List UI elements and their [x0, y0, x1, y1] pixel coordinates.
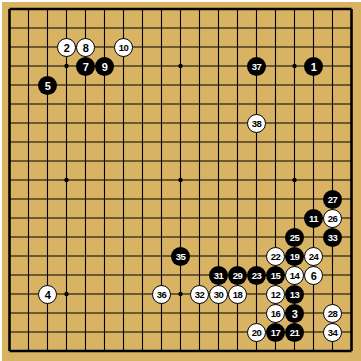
stone-black-5[interactable]: 5: [38, 76, 57, 95]
stone-black-11[interactable]: 11: [304, 209, 323, 228]
stone-white-8[interactable]: 8: [76, 38, 95, 57]
stone-number: 32: [195, 290, 205, 300]
stone-black-25[interactable]: 25: [285, 228, 304, 247]
stone-black-1[interactable]: 1: [304, 57, 323, 76]
stone-number: 30: [214, 290, 224, 300]
stone-white-16[interactable]: 16: [266, 304, 285, 323]
stone-white-24[interactable]: 24: [304, 247, 323, 266]
stone-number: 11: [309, 214, 318, 224]
stone-black-27[interactable]: 27: [323, 190, 342, 209]
stone-black-9[interactable]: 9: [95, 57, 114, 76]
stone-black-33[interactable]: 33: [323, 228, 342, 247]
stone-black-31[interactable]: 31: [209, 266, 228, 285]
stone-number: 15: [271, 271, 281, 281]
stone-black-19[interactable]: 19: [285, 247, 304, 266]
stone-number: 13: [290, 290, 300, 300]
stone-number: 3: [292, 308, 298, 319]
stone-number: 18: [233, 290, 243, 300]
stone-number: 5: [45, 80, 51, 91]
stone-number: 34: [328, 328, 338, 338]
stone-black-23[interactable]: 23: [247, 266, 266, 285]
stone-white-20[interactable]: 20: [247, 323, 266, 342]
stone-number: 20: [252, 328, 262, 338]
stone-number: 2: [64, 42, 70, 53]
stone-number: 4: [45, 289, 51, 300]
stone-white-30[interactable]: 30: [209, 285, 228, 304]
stone-number: 21: [290, 328, 300, 338]
stone-white-26[interactable]: 26: [323, 209, 342, 228]
stone-number: 10: [119, 43, 129, 53]
stone-white-14[interactable]: 14: [285, 266, 304, 285]
stone-white-38[interactable]: 38: [247, 114, 266, 133]
stone-black-7[interactable]: 7: [76, 57, 95, 76]
stone-number: 37: [252, 62, 262, 72]
stone-number: 22: [271, 252, 281, 262]
stone-white-34[interactable]: 34: [323, 323, 342, 342]
stone-number: 19: [290, 252, 300, 262]
stone-number: 31: [214, 271, 224, 281]
stone-white-28[interactable]: 28: [323, 304, 342, 323]
stone-number: 14: [290, 271, 300, 281]
stone-white-32[interactable]: 32: [190, 285, 209, 304]
stone-number: 24: [309, 252, 319, 262]
stone-number: 23: [252, 271, 262, 281]
stone-number: 33: [328, 233, 338, 243]
stone-number: 8: [83, 42, 89, 53]
stone-white-36[interactable]: 36: [152, 285, 171, 304]
stone-number: 17: [271, 328, 281, 338]
stone-number: 7: [83, 61, 89, 72]
stone-white-10[interactable]: 10: [114, 38, 133, 57]
stone-number: 29: [233, 271, 243, 281]
stone-number: 38: [252, 119, 262, 129]
stone-white-2[interactable]: 2: [57, 38, 76, 57]
stone-number: 28: [328, 309, 338, 319]
stone-number: 25: [290, 233, 300, 243]
stone-black-21[interactable]: 21: [285, 323, 304, 342]
stone-white-6[interactable]: 6: [304, 266, 323, 285]
go-diagram: 1234567891011121314151617181920212223242…: [0, 0, 361, 361]
stone-number: 35: [176, 252, 186, 262]
stone-white-12[interactable]: 12: [266, 285, 285, 304]
stone-number: 36: [157, 290, 167, 300]
stone-black-13[interactable]: 13: [285, 285, 304, 304]
stone-number: 9: [102, 61, 108, 72]
stone-black-15[interactable]: 15: [266, 266, 285, 285]
stone-number: 27: [328, 195, 338, 205]
stone-white-22[interactable]: 22: [266, 247, 285, 266]
stone-white-18[interactable]: 18: [228, 285, 247, 304]
stone-black-17[interactable]: 17: [266, 323, 285, 342]
stone-black-3[interactable]: 3: [285, 304, 304, 323]
stone-white-4[interactable]: 4: [38, 285, 57, 304]
stone-number: 16: [271, 309, 281, 319]
stone-number: 26: [328, 214, 338, 224]
board-grid: [0, 0, 361, 361]
stone-number: 12: [271, 290, 281, 300]
stone-number: 1: [311, 61, 317, 72]
stone-number: 6: [311, 270, 317, 281]
stone-black-29[interactable]: 29: [228, 266, 247, 285]
stone-black-37[interactable]: 37: [247, 57, 266, 76]
stone-black-35[interactable]: 35: [171, 247, 190, 266]
